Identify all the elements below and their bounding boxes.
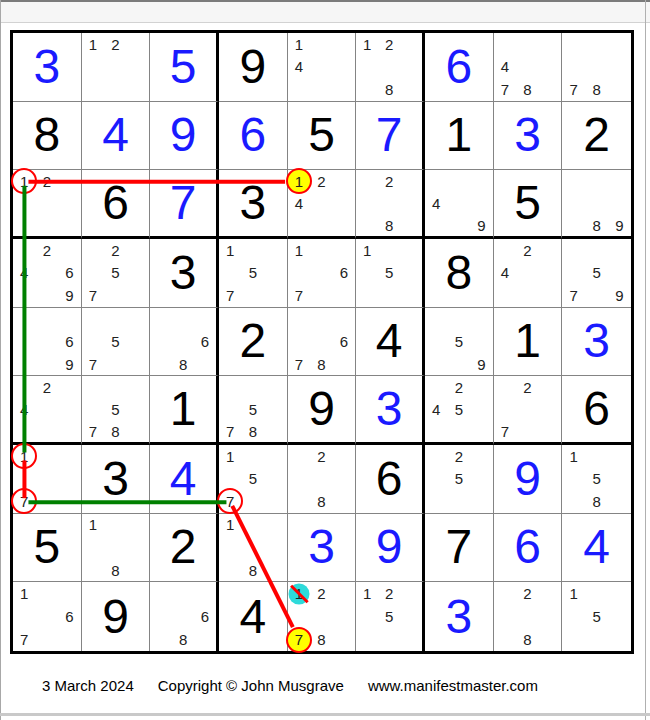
cell-r7c2[interactable]: 3 bbox=[82, 445, 151, 514]
given-digit: 1 bbox=[425, 102, 493, 170]
given-digit: 4 bbox=[219, 582, 287, 651]
candidate-8[interactable]: 8 bbox=[242, 559, 265, 582]
candidate-9[interactable]: 9 bbox=[470, 214, 493, 236]
candidate-2[interactable]: 2 bbox=[378, 170, 400, 192]
candidate-8[interactable]: 8 bbox=[585, 490, 608, 513]
cell-r4c3[interactable]: 3 bbox=[150, 239, 219, 308]
candidate-7[interactable]: 7 bbox=[562, 284, 585, 307]
candidate-7[interactable]: 7 bbox=[82, 284, 105, 307]
candidate-8[interactable]: 8 bbox=[242, 420, 265, 442]
candidate-2[interactable]: 2 bbox=[516, 582, 539, 605]
candidate-6[interactable]: 6 bbox=[333, 330, 356, 353]
cell-r3c6[interactable]: 28 bbox=[356, 170, 425, 239]
candidate-2[interactable]: 2 bbox=[516, 239, 539, 262]
solved-digit: 7 bbox=[150, 170, 216, 236]
cell-r4c6[interactable]: 15 bbox=[356, 239, 425, 308]
solved-digit: 6 bbox=[425, 33, 493, 101]
candidate-9[interactable]: 9 bbox=[58, 353, 81, 376]
candidate-9[interactable]: 9 bbox=[608, 284, 631, 307]
cell-r6c1[interactable]: 24 bbox=[13, 376, 82, 445]
cell-r9c3[interactable]: 68 bbox=[150, 582, 219, 651]
candidate-1[interactable]: 1 bbox=[219, 239, 242, 262]
cell-r2c6[interactable]: 7 bbox=[356, 102, 425, 171]
candidate-8[interactable]: 8 bbox=[310, 628, 333, 651]
cell-r2c5[interactable]: 5 bbox=[288, 102, 357, 171]
footer-copyright: Copyright © John Musgrave bbox=[158, 677, 344, 694]
candidate-7[interactable]: 7 bbox=[219, 284, 242, 307]
cell-r2c9[interactable]: 2 bbox=[562, 102, 631, 171]
given-digit: 5 bbox=[13, 514, 81, 582]
cell-r1c1[interactable]: 3 bbox=[13, 33, 82, 102]
cell-r7c3[interactable]: 4 bbox=[150, 445, 219, 514]
candidate-1-red-ring[interactable]: 1 bbox=[13, 170, 36, 192]
cell-r8c8[interactable]: 6 bbox=[494, 514, 563, 583]
given-digit: 1 bbox=[150, 376, 216, 442]
candidate-7[interactable]: 7 bbox=[82, 420, 105, 442]
candidate-5[interactable]: 5 bbox=[242, 468, 265, 491]
candidate-4[interactable]: 4 bbox=[494, 56, 517, 79]
cell-r3c9[interactable]: 89 bbox=[562, 170, 631, 239]
cell-r1c2[interactable]: 12 bbox=[82, 33, 151, 102]
cell-r3c3[interactable]: 7 bbox=[150, 170, 219, 239]
cell-r1c3[interactable]: 5 bbox=[150, 33, 219, 102]
candidate-9[interactable]: 9 bbox=[608, 214, 631, 236]
candidate-5[interactable]: 5 bbox=[378, 605, 400, 628]
cell-r3c4[interactable]: 3 bbox=[219, 170, 288, 239]
candidate-1[interactable]: 1 bbox=[219, 445, 242, 468]
solved-digit: 4 bbox=[150, 445, 216, 513]
candidate-2[interactable]: 2 bbox=[36, 239, 59, 262]
candidate-2[interactable]: 2 bbox=[378, 33, 400, 56]
candidate-8[interactable]: 8 bbox=[172, 353, 194, 376]
cell-r9c8[interactable]: 28 bbox=[494, 582, 563, 651]
cell-r7c9[interactable]: 158 bbox=[562, 445, 631, 514]
candidate-7-red-ring[interactable]: 7 bbox=[219, 490, 242, 513]
candidate-2[interactable]: 2 bbox=[448, 376, 471, 398]
candidate-2[interactable]: 2 bbox=[36, 170, 59, 192]
given-digit: 2 bbox=[150, 514, 216, 582]
solved-digit: 4 bbox=[82, 102, 150, 170]
candidate-5[interactable]: 5 bbox=[448, 330, 471, 353]
given-digit: 2 bbox=[562, 102, 631, 170]
candidate-9[interactable]: 9 bbox=[470, 353, 493, 376]
cell-r5c3[interactable]: 68 bbox=[150, 308, 219, 377]
candidate-2[interactable]: 2 bbox=[310, 582, 333, 605]
candidate-7[interactable]: 7 bbox=[494, 78, 517, 101]
cell-r5c5[interactable]: 678 bbox=[288, 308, 357, 377]
cell-r8c6[interactable]: 9 bbox=[356, 514, 425, 583]
candidate-2[interactable]: 2 bbox=[36, 376, 59, 398]
candidate-1-red-ring[interactable]: 1 bbox=[13, 445, 36, 468]
candidate-6[interactable]: 6 bbox=[333, 262, 356, 285]
cell-r2c2[interactable]: 4 bbox=[82, 102, 151, 171]
window-right-edge bbox=[645, 0, 646, 720]
cell-r9c6[interactable]: 125 bbox=[356, 582, 425, 651]
solved-digit: 5 bbox=[150, 33, 216, 101]
cell-r8c1[interactable]: 5 bbox=[13, 514, 82, 583]
cell-r5c6[interactable]: 4 bbox=[356, 308, 425, 377]
candidate-9[interactable]: 9 bbox=[58, 284, 81, 307]
solved-digit: 6 bbox=[494, 514, 562, 582]
solved-digit: 6 bbox=[219, 102, 287, 170]
given-digit: 1 bbox=[494, 308, 562, 376]
given-digit: 6 bbox=[356, 445, 422, 513]
candidate-1[interactable]: 1 bbox=[288, 239, 311, 262]
candidate-1[interactable]: 1 bbox=[356, 239, 378, 262]
candidate-6[interactable]: 6 bbox=[194, 605, 216, 628]
cell-r2c8[interactable]: 3 bbox=[494, 102, 563, 171]
candidate-1[interactable]: 1 bbox=[288, 33, 311, 56]
candidate-8[interactable]: 8 bbox=[516, 628, 539, 651]
cell-r8c5[interactable]: 3 bbox=[288, 514, 357, 583]
candidate-8[interactable]: 8 bbox=[516, 78, 539, 101]
cell-r4c1[interactable]: 2469 bbox=[13, 239, 82, 308]
cell-r5c9[interactable]: 3 bbox=[562, 308, 631, 377]
candidate-8[interactable]: 8 bbox=[310, 353, 333, 376]
cell-r6c4[interactable]: 578 bbox=[219, 376, 288, 445]
cell-r3c2[interactable]: 6 bbox=[82, 170, 151, 239]
candidate-2[interactable]: 2 bbox=[310, 445, 333, 468]
given-digit: 9 bbox=[82, 582, 150, 651]
candidate-1[interactable]: 1 bbox=[13, 582, 36, 605]
cell-r6c7[interactable]: 245 bbox=[425, 376, 494, 445]
given-digit: 8 bbox=[13, 102, 81, 170]
cell-r6c6[interactable]: 3 bbox=[356, 376, 425, 445]
cell-r1c5[interactable]: 14 bbox=[288, 33, 357, 102]
solved-digit: 9 bbox=[494, 445, 562, 513]
candidate-5[interactable]: 5 bbox=[242, 262, 265, 285]
candidate-5[interactable]: 5 bbox=[378, 262, 400, 285]
candidate-1[interactable]: 1 bbox=[356, 582, 378, 605]
candidate-1-cyan[interactable]: 1 bbox=[288, 582, 311, 605]
candidate-7[interactable]: 7 bbox=[494, 420, 517, 442]
candidate-8[interactable]: 8 bbox=[172, 628, 194, 651]
solved-digit: 7 bbox=[356, 102, 422, 170]
candidate-2[interactable]: 2 bbox=[104, 239, 127, 262]
solved-digit: 3 bbox=[13, 33, 81, 101]
solved-digit: 9 bbox=[356, 514, 422, 582]
cell-r2c4[interactable]: 6 bbox=[219, 102, 288, 171]
candidate-2[interactable]: 2 bbox=[378, 582, 400, 605]
given-digit: 6 bbox=[82, 170, 150, 236]
sudoku-app: { "game": "sudoku", "position": { "curre… bbox=[0, 0, 650, 720]
cell-r9c7[interactable]: 3 bbox=[425, 582, 494, 651]
candidate-5[interactable]: 5 bbox=[242, 398, 265, 420]
candidate-6[interactable]: 6 bbox=[194, 330, 216, 353]
given-digit: 2 bbox=[219, 308, 287, 376]
candidate-4[interactable]: 4 bbox=[425, 398, 448, 420]
candidate-4[interactable]: 4 bbox=[288, 192, 311, 214]
cell-r4c4[interactable]: 157 bbox=[219, 239, 288, 308]
cell-r6c8[interactable]: 27 bbox=[494, 376, 563, 445]
cell-r3c7[interactable]: 49 bbox=[425, 170, 494, 239]
candidate-5[interactable]: 5 bbox=[104, 398, 127, 420]
cell-r9c5[interactable]: 1278 bbox=[288, 582, 357, 651]
candidate-4[interactable]: 4 bbox=[13, 262, 36, 285]
cell-r7c1[interactable]: 17 bbox=[13, 445, 82, 514]
cell-r1c6[interactable]: 128 bbox=[356, 33, 425, 102]
given-digit: 9 bbox=[288, 376, 356, 442]
given-digit: 3 bbox=[219, 170, 287, 236]
cell-r9c9[interactable]: 15 bbox=[562, 582, 631, 651]
cell-r3c5[interactable]: 124 bbox=[288, 170, 357, 239]
cell-r1c4[interactable]: 9 bbox=[219, 33, 288, 102]
cell-r1c8[interactable]: 478 bbox=[494, 33, 563, 102]
cell-r7c5[interactable]: 28 bbox=[288, 445, 357, 514]
candidate-7-yellow[interactable]: 7 bbox=[288, 628, 311, 651]
candidate-5[interactable]: 5 bbox=[448, 468, 471, 491]
candidate-2[interactable]: 2 bbox=[448, 445, 471, 468]
candidate-7[interactable]: 7 bbox=[288, 353, 311, 376]
cell-r1c7[interactable]: 6 bbox=[425, 33, 494, 102]
candidate-2[interactable]: 2 bbox=[310, 170, 333, 192]
candidate-4[interactable]: 4 bbox=[13, 398, 36, 420]
given-digit: 7 bbox=[425, 514, 493, 582]
cell-r9c2[interactable]: 9 bbox=[82, 582, 151, 651]
candidate-5[interactable]: 5 bbox=[585, 605, 608, 628]
cell-r5c2[interactable]: 57 bbox=[82, 308, 151, 377]
candidate-4[interactable]: 4 bbox=[288, 56, 311, 79]
cell-r4c2[interactable]: 257 bbox=[82, 239, 151, 308]
candidate-1-yellow[interactable]: 1 bbox=[288, 170, 311, 192]
cell-r8c7[interactable]: 7 bbox=[425, 514, 494, 583]
cell-r9c1[interactable]: 167 bbox=[13, 582, 82, 651]
cell-r8c3[interactable]: 2 bbox=[150, 514, 219, 583]
given-digit: 5 bbox=[494, 170, 562, 236]
candidate-6[interactable]: 6 bbox=[58, 330, 81, 353]
candidate-2[interactable]: 2 bbox=[104, 33, 127, 56]
candidate-1[interactable]: 1 bbox=[356, 33, 378, 56]
cell-r6c3[interactable]: 1 bbox=[150, 376, 219, 445]
solved-digit: 9 bbox=[150, 102, 216, 170]
cell-r2c3[interactable]: 9 bbox=[150, 102, 219, 171]
candidate-5[interactable]: 5 bbox=[448, 398, 471, 420]
candidate-8[interactable]: 8 bbox=[104, 420, 127, 442]
cell-r7c4[interactable]: 157 bbox=[219, 445, 288, 514]
cell-r8c2[interactable]: 18 bbox=[82, 514, 151, 583]
cell-r2c1[interactable]: 8 bbox=[13, 102, 82, 171]
candidate-4[interactable]: 4 bbox=[425, 192, 448, 214]
cell-r7c7[interactable]: 25 bbox=[425, 445, 494, 514]
solved-digit: 4 bbox=[562, 514, 631, 582]
candidate-7[interactable]: 7 bbox=[13, 628, 36, 651]
cell-r6c9[interactable]: 6 bbox=[562, 376, 631, 445]
given-digit: 5 bbox=[288, 102, 356, 170]
cell-r4c9[interactable]: 579 bbox=[562, 239, 631, 308]
cell-r1c9[interactable]: 78 bbox=[562, 33, 631, 102]
candidate-7[interactable]: 7 bbox=[82, 353, 105, 376]
candidate-6[interactable]: 6 bbox=[58, 605, 81, 628]
given-digit: 3 bbox=[82, 445, 150, 513]
cell-r8c4[interactable]: 18 bbox=[219, 514, 288, 583]
cell-r6c5[interactable]: 9 bbox=[288, 376, 357, 445]
given-digit: 6 bbox=[562, 376, 631, 442]
footer: 3 March 2024 Copyright © John Musgrave w… bbox=[42, 677, 538, 694]
cell-r7c8[interactable]: 9 bbox=[494, 445, 563, 514]
cell-r5c8[interactable]: 1 bbox=[494, 308, 563, 377]
candidate-8[interactable]: 8 bbox=[104, 559, 127, 582]
cell-r4c5[interactable]: 167 bbox=[288, 239, 357, 308]
candidate-5[interactable]: 5 bbox=[104, 330, 127, 353]
solved-digit: 3 bbox=[356, 376, 422, 442]
given-digit: 8 bbox=[425, 239, 493, 307]
candidate-8[interactable]: 8 bbox=[585, 214, 608, 236]
candidate-8[interactable]: 8 bbox=[378, 78, 400, 101]
candidate-1[interactable]: 1 bbox=[219, 514, 242, 537]
footer-url: www.manifestmaster.com bbox=[368, 677, 538, 694]
solved-digit: 3 bbox=[425, 582, 493, 651]
given-digit: 4 bbox=[356, 308, 422, 376]
candidate-1[interactable]: 1 bbox=[82, 33, 105, 56]
cell-r4c7[interactable]: 8 bbox=[425, 239, 494, 308]
candidate-8[interactable]: 8 bbox=[585, 78, 608, 101]
cell-r5c4[interactable]: 2 bbox=[219, 308, 288, 377]
candidate-7-red-ring[interactable]: 7 bbox=[13, 490, 36, 513]
candidate-5[interactable]: 5 bbox=[585, 468, 608, 491]
candidate-7[interactable]: 7 bbox=[219, 420, 242, 442]
cell-r9c4[interactable]: 4 bbox=[219, 582, 288, 651]
candidate-1[interactable]: 1 bbox=[562, 445, 585, 468]
cell-r5c1[interactable]: 69 bbox=[13, 308, 82, 377]
cell-r4c8[interactable]: 24 bbox=[494, 239, 563, 308]
given-digit: 9 bbox=[219, 33, 287, 101]
solved-digit: 3 bbox=[494, 102, 562, 170]
cell-r3c1[interactable]: 12 bbox=[13, 170, 82, 239]
candidate-2[interactable]: 2 bbox=[516, 376, 539, 398]
candidate-5[interactable]: 5 bbox=[104, 262, 127, 285]
cell-r2c7[interactable]: 1 bbox=[425, 102, 494, 171]
candidate-8[interactable]: 8 bbox=[378, 214, 400, 236]
solved-digit: 3 bbox=[562, 308, 631, 376]
candidate-1[interactable]: 1 bbox=[82, 514, 105, 537]
window-bottom-edge bbox=[0, 713, 650, 716]
footer-date: 3 March 2024 bbox=[42, 677, 134, 694]
candidate-7[interactable]: 7 bbox=[562, 78, 585, 101]
given-digit: 3 bbox=[150, 239, 216, 307]
cell-r6c2[interactable]: 578 bbox=[82, 376, 151, 445]
candidate-7[interactable]: 7 bbox=[288, 284, 311, 307]
candidate-4[interactable]: 4 bbox=[494, 262, 517, 285]
candidate-1[interactable]: 1 bbox=[562, 582, 585, 605]
cell-r5c7[interactable]: 59 bbox=[425, 308, 494, 377]
cell-r8c9[interactable]: 4 bbox=[562, 514, 631, 583]
sudoku-board: 3125914128647878849657132126731242849589… bbox=[10, 30, 634, 654]
candidate-6[interactable]: 6 bbox=[58, 262, 81, 285]
cell-r3c8[interactable]: 5 bbox=[494, 170, 563, 239]
candidate-8[interactable]: 8 bbox=[310, 490, 333, 513]
window-top-edge bbox=[0, 0, 650, 23]
cell-r7c6[interactable]: 6 bbox=[356, 445, 425, 514]
window-left-edge bbox=[0, 0, 1, 720]
solved-digit: 3 bbox=[288, 514, 356, 582]
candidate-5[interactable]: 5 bbox=[585, 262, 608, 285]
